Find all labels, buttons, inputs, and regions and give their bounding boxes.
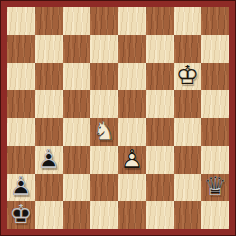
square-h2[interactable]: ♛♕ bbox=[201, 174, 229, 202]
square-e6[interactable] bbox=[118, 63, 146, 91]
square-h1[interactable] bbox=[201, 201, 229, 229]
square-d2[interactable] bbox=[90, 174, 118, 202]
square-d3[interactable] bbox=[90, 146, 118, 174]
square-e3[interactable]: ♟♙ bbox=[118, 146, 146, 174]
square-c7[interactable] bbox=[63, 35, 91, 63]
square-c3[interactable] bbox=[63, 146, 91, 174]
square-h7[interactable] bbox=[201, 35, 229, 63]
square-c4[interactable] bbox=[63, 118, 91, 146]
square-g1[interactable] bbox=[174, 201, 202, 229]
square-c2[interactable] bbox=[63, 174, 91, 202]
square-b4[interactable] bbox=[35, 118, 63, 146]
chess-board: ♚♔♞♘♟♙♟♙♟♙♛♕♚♔ bbox=[7, 7, 229, 229]
square-e5[interactable] bbox=[118, 90, 146, 118]
square-d7[interactable] bbox=[90, 35, 118, 63]
square-f4[interactable] bbox=[146, 118, 174, 146]
piece-bP-b3[interactable]: ♟♙ bbox=[35, 146, 63, 174]
square-a8[interactable] bbox=[7, 7, 35, 35]
square-b5[interactable] bbox=[35, 90, 63, 118]
square-e8[interactable] bbox=[118, 7, 146, 35]
square-c6[interactable] bbox=[63, 63, 91, 91]
piece-glyph-outline: ♙ bbox=[37, 146, 60, 172]
square-b6[interactable] bbox=[35, 63, 63, 91]
square-h8[interactable] bbox=[201, 7, 229, 35]
square-c8[interactable] bbox=[63, 7, 91, 35]
square-h5[interactable] bbox=[201, 90, 229, 118]
square-g4[interactable] bbox=[174, 118, 202, 146]
piece-wN-d4[interactable]: ♞♘ bbox=[90, 118, 118, 146]
square-a7[interactable] bbox=[7, 35, 35, 63]
piece-glyph-outline: ♙ bbox=[120, 146, 143, 172]
square-g6[interactable]: ♚♔ bbox=[174, 63, 202, 91]
piece-glyph-outline: ♕ bbox=[203, 173, 226, 199]
square-a3[interactable] bbox=[7, 146, 35, 174]
square-a5[interactable] bbox=[7, 90, 35, 118]
square-g3[interactable] bbox=[174, 146, 202, 174]
square-a2[interactable]: ♟♙ bbox=[7, 174, 35, 202]
board-frame: ♚♔♞♘♟♙♟♙♟♙♛♕♚♔ bbox=[0, 0, 236, 236]
square-d5[interactable] bbox=[90, 90, 118, 118]
square-c1[interactable] bbox=[63, 201, 91, 229]
square-c5[interactable] bbox=[63, 90, 91, 118]
piece-bK-a1[interactable]: ♚♔ bbox=[7, 201, 35, 229]
square-f8[interactable] bbox=[146, 7, 174, 35]
square-d1[interactable] bbox=[90, 201, 118, 229]
square-g7[interactable] bbox=[174, 35, 202, 63]
square-d6[interactable] bbox=[90, 63, 118, 91]
board-border: ♚♔♞♘♟♙♟♙♟♙♛♕♚♔ bbox=[1, 1, 235, 235]
piece-glyph-outline: ♘ bbox=[92, 118, 115, 144]
square-e1[interactable] bbox=[118, 201, 146, 229]
square-b1[interactable] bbox=[35, 201, 63, 229]
square-b8[interactable] bbox=[35, 7, 63, 35]
piece-glyph-outline: ♔ bbox=[176, 62, 199, 88]
square-d8[interactable] bbox=[90, 7, 118, 35]
piece-glyph-outline: ♔ bbox=[9, 201, 32, 227]
square-a6[interactable] bbox=[7, 63, 35, 91]
square-h4[interactable] bbox=[201, 118, 229, 146]
piece-glyph-outline: ♙ bbox=[9, 173, 32, 199]
square-g5[interactable] bbox=[174, 90, 202, 118]
piece-bQ-h2[interactable]: ♛♕ bbox=[201, 174, 229, 202]
piece-bP-a2[interactable]: ♟♙ bbox=[7, 174, 35, 202]
square-h3[interactable] bbox=[201, 146, 229, 174]
square-b2[interactable] bbox=[35, 174, 63, 202]
square-d4[interactable]: ♞♘ bbox=[90, 118, 118, 146]
square-g8[interactable] bbox=[174, 7, 202, 35]
square-f2[interactable] bbox=[146, 174, 174, 202]
square-g2[interactable] bbox=[174, 174, 202, 202]
square-h6[interactable] bbox=[201, 63, 229, 91]
square-e7[interactable] bbox=[118, 35, 146, 63]
square-a1[interactable]: ♚♔ bbox=[7, 201, 35, 229]
square-f5[interactable] bbox=[146, 90, 174, 118]
square-b7[interactable] bbox=[35, 35, 63, 63]
square-f1[interactable] bbox=[146, 201, 174, 229]
square-e4[interactable] bbox=[118, 118, 146, 146]
piece-wK-g6[interactable]: ♚♔ bbox=[174, 63, 202, 91]
square-a4[interactable] bbox=[7, 118, 35, 146]
piece-wP-e3[interactable]: ♟♙ bbox=[118, 146, 146, 174]
square-b3[interactable]: ♟♙ bbox=[35, 146, 63, 174]
square-f7[interactable] bbox=[146, 35, 174, 63]
square-f3[interactable] bbox=[146, 146, 174, 174]
square-e2[interactable] bbox=[118, 174, 146, 202]
square-f6[interactable] bbox=[146, 63, 174, 91]
